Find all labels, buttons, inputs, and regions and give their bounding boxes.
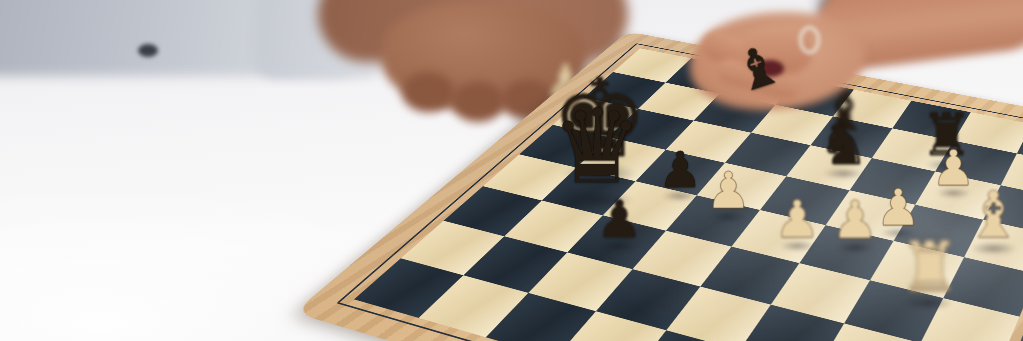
rook-glyph: ♜ <box>895 233 964 302</box>
black-pawn-c3[interactable]: ♟ <box>593 194 645 246</box>
pawn-glyph: ♟ <box>655 146 705 196</box>
white-rook-g3[interactable]: ♜ <box>895 233 964 302</box>
white-bishop-h5[interactable]: ♝ <box>961 183 1023 248</box>
knuckle <box>452 82 504 122</box>
finger-ring <box>799 26 820 54</box>
pawn-glyph: ♟ <box>829 194 881 246</box>
white-pawn-d4[interactable]: ♟ <box>703 166 754 217</box>
pawn-glyph: ♟ <box>771 194 823 246</box>
black-queen-b4[interactable]: ♛ <box>546 96 649 199</box>
cuff-button <box>138 44 158 57</box>
pawn-glyph: ♟ <box>703 166 754 217</box>
pawn-glyph: ♟ <box>593 194 645 246</box>
bishop-glyph: ♝ <box>961 183 1023 248</box>
knuckle <box>402 72 454 112</box>
white-pawn-f4[interactable]: ♟ <box>829 194 881 246</box>
white-pawn-e4[interactable]: ♟ <box>771 194 823 246</box>
queen-glyph: ♛ <box>546 96 649 199</box>
knight-glyph: ♞ <box>815 116 872 173</box>
black-knight-e6[interactable]: ♞ <box>815 116 872 173</box>
black-pawn-c4[interactable]: ♟ <box>655 146 705 196</box>
